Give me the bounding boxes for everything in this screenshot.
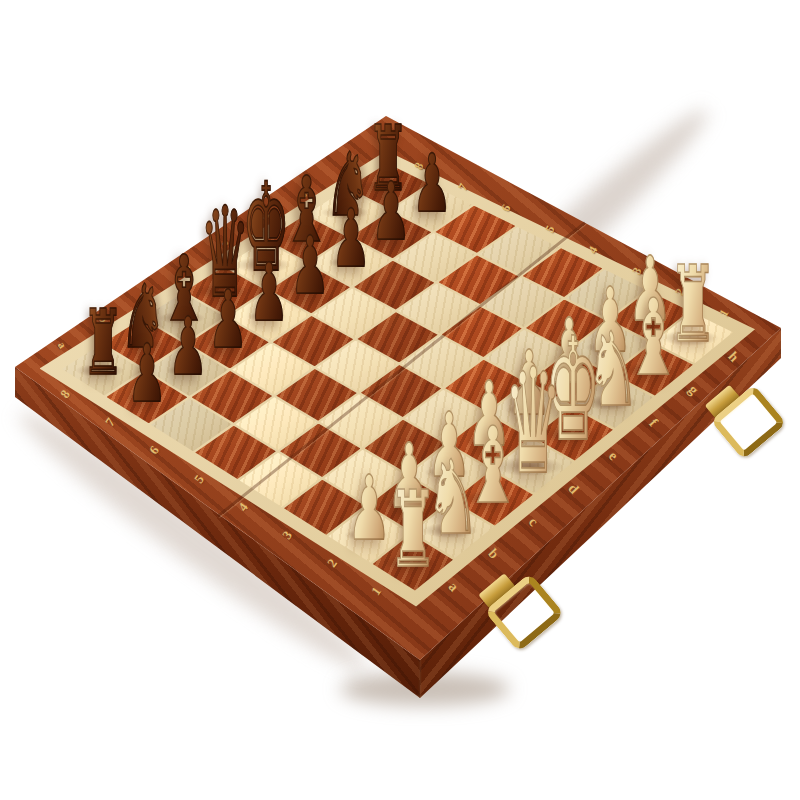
pawn-glyph: ♟ [168, 306, 208, 386]
pawn-glyph: ♟ [371, 171, 411, 251]
pawn-glyph: ♟ [127, 333, 167, 413]
pawn-glyph: ♟ [330, 198, 370, 278]
pawn-glyph: ♟ [412, 143, 452, 223]
rook-glyph: ♜ [389, 478, 437, 583]
pawn-glyph: ♟ [346, 463, 391, 552]
rook-glyph: ♜ [82, 297, 124, 387]
pawn-glyph: ♟ [208, 279, 248, 359]
pawn-glyph: ♟ [290, 225, 330, 305]
scene: aabbccddeeffgghh1122334455667788 ♜♞♝♛♚♝♞… [0, 0, 800, 800]
pawn-glyph: ♟ [249, 252, 289, 332]
